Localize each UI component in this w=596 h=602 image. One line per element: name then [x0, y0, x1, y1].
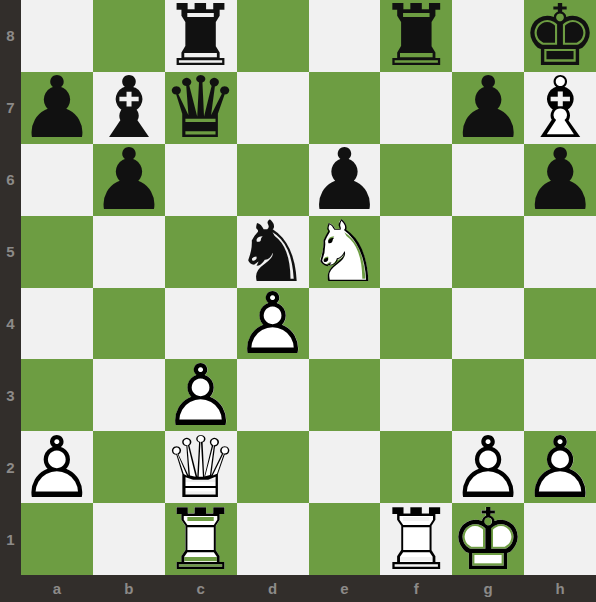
square-b1[interactable] [93, 503, 165, 575]
square-d4[interactable]: ♟♙ [237, 288, 309, 360]
square-f1[interactable]: ♜♖ [380, 503, 452, 575]
white-king-outline-icon: ♔ [452, 503, 524, 575]
square-f6[interactable] [380, 144, 452, 216]
square-d8[interactable] [237, 0, 309, 72]
square-b3[interactable] [93, 359, 165, 431]
square-h5[interactable] [524, 216, 596, 288]
square-b6[interactable]: ♟ [93, 144, 165, 216]
file-label-h: h [524, 575, 596, 602]
white-pawn[interactable]: ♟♙ [524, 431, 596, 503]
rank-labels: 87654321 [0, 0, 21, 575]
file-labels: abcdefgh [21, 575, 596, 602]
square-f8[interactable]: ♜ [380, 0, 452, 72]
square-d1[interactable] [237, 503, 309, 575]
file-label-g: g [452, 575, 524, 602]
square-g6[interactable] [452, 144, 524, 216]
black-rook[interactable]: ♜ [380, 0, 452, 72]
square-f5[interactable] [380, 216, 452, 288]
rank-label-2: 2 [0, 431, 21, 503]
square-c7[interactable]: ♛ [165, 72, 237, 144]
white-pawn-outline-icon: ♙ [524, 431, 596, 503]
white-pawn-outline-icon: ♙ [237, 288, 309, 360]
square-a4[interactable] [21, 288, 93, 360]
square-a2[interactable]: ♟♙ [21, 431, 93, 503]
white-knight-outline-icon: ♘ [309, 216, 381, 288]
rank-label-5: 5 [0, 216, 21, 288]
square-h1[interactable] [524, 503, 596, 575]
square-h6[interactable]: ♟ [524, 144, 596, 216]
white-pawn[interactable]: ♟♙ [237, 288, 309, 360]
white-pawn[interactable]: ♟♙ [21, 431, 93, 503]
square-b5[interactable] [93, 216, 165, 288]
file-label-d: d [237, 575, 309, 602]
square-e1[interactable] [309, 503, 381, 575]
black-pawn-icon: ♟ [93, 144, 165, 216]
black-queen-icon: ♛ [165, 72, 237, 144]
white-rook[interactable]: ♜♖ [380, 503, 452, 575]
black-pawn[interactable]: ♟ [93, 144, 165, 216]
rank-label-6: 6 [0, 144, 21, 216]
square-e5[interactable]: ♞♘ [309, 216, 381, 288]
black-rook-icon: ♜ [380, 0, 452, 72]
black-pawn[interactable]: ♟ [452, 72, 524, 144]
square-e2[interactable] [309, 431, 381, 503]
black-pawn[interactable]: ♟ [21, 72, 93, 144]
chess-board[interactable]: ♜♜♚♟♝♛♟♝♗♟♟♟♞♞♘♟♙♟♙♟♙♛♕♟♙♟♙♜♖♜♖♚♔ [21, 0, 596, 575]
file-label-b: b [93, 575, 165, 602]
square-h2[interactable]: ♟♙ [524, 431, 596, 503]
black-queen[interactable]: ♛ [165, 72, 237, 144]
square-d7[interactable] [237, 72, 309, 144]
square-a1[interactable] [21, 503, 93, 575]
black-pawn-icon: ♟ [21, 72, 93, 144]
square-c1[interactable]: ♜♖ [165, 503, 237, 575]
square-e8[interactable] [309, 0, 381, 72]
rank-label-7: 7 [0, 72, 21, 144]
rank-label-4: 4 [0, 288, 21, 360]
square-b2[interactable] [93, 431, 165, 503]
square-a5[interactable] [21, 216, 93, 288]
file-label-f: f [380, 575, 452, 602]
file-label-a: a [21, 575, 93, 602]
square-d3[interactable] [237, 359, 309, 431]
square-c5[interactable] [165, 216, 237, 288]
square-a7[interactable]: ♟ [21, 72, 93, 144]
square-f4[interactable] [380, 288, 452, 360]
square-g7[interactable]: ♟ [452, 72, 524, 144]
square-d2[interactable] [237, 431, 309, 503]
square-e3[interactable] [309, 359, 381, 431]
white-king[interactable]: ♚♔ [452, 503, 524, 575]
white-pawn-outline-icon: ♙ [21, 431, 93, 503]
rank-label-8: 8 [0, 0, 21, 72]
square-g4[interactable] [452, 288, 524, 360]
square-h4[interactable] [524, 288, 596, 360]
file-label-c: c [165, 575, 237, 602]
board-frame: 87654321 ♜♜♚♟♝♛♟♝♗♟♟♟♞♞♘♟♙♟♙♟♙♛♕♟♙♟♙♜♖♜♖… [0, 0, 596, 602]
square-g1[interactable]: ♚♔ [452, 503, 524, 575]
black-pawn[interactable]: ♟ [524, 144, 596, 216]
square-g5[interactable] [452, 216, 524, 288]
white-rook-outline-icon: ♖ [165, 503, 237, 575]
black-pawn-icon: ♟ [452, 72, 524, 144]
white-rook[interactable]: ♜♖ [165, 503, 237, 575]
rank-label-3: 3 [0, 359, 21, 431]
black-pawn-icon: ♟ [524, 144, 596, 216]
white-rook-outline-icon: ♖ [380, 503, 452, 575]
square-b4[interactable] [93, 288, 165, 360]
rank-label-1: 1 [0, 503, 21, 575]
square-a6[interactable] [21, 144, 93, 216]
square-c6[interactable] [165, 144, 237, 216]
square-f7[interactable] [380, 72, 452, 144]
file-label-e: e [309, 575, 381, 602]
white-knight[interactable]: ♞♘ [309, 216, 381, 288]
square-f3[interactable] [380, 359, 452, 431]
square-e4[interactable] [309, 288, 381, 360]
